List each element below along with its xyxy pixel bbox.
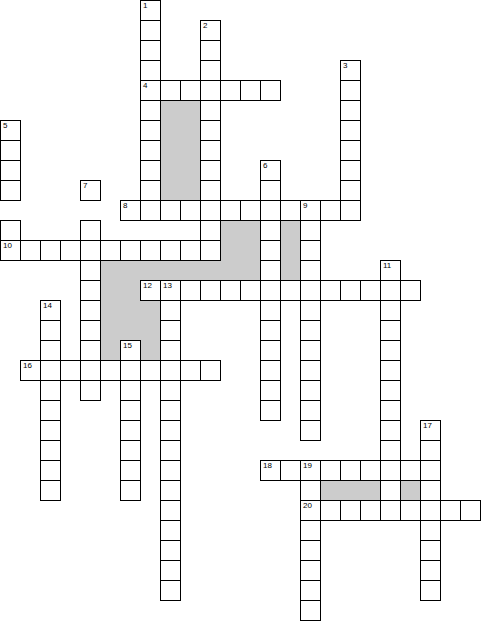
clue-number: 5 <box>3 122 7 130</box>
grid-cell[interactable] <box>140 40 161 61</box>
grid-cell[interactable] <box>160 200 181 221</box>
grid-cell[interactable] <box>80 220 101 241</box>
grid-cell[interactable] <box>140 360 161 381</box>
grid-cell[interactable] <box>20 240 41 261</box>
grid-cell[interactable] <box>360 280 381 301</box>
grid-cell[interactable] <box>340 160 361 181</box>
clue-number: 19 <box>303 462 312 470</box>
grid-cell[interactable] <box>300 260 321 281</box>
grid-cell[interactable]: 12 <box>140 280 161 301</box>
shaded-block <box>240 240 261 261</box>
shaded-block <box>160 140 181 161</box>
grid-cell[interactable] <box>300 300 321 321</box>
grid-cell[interactable] <box>320 500 341 521</box>
grid-cell[interactable] <box>260 200 281 221</box>
grid-cell[interactable]: 13 <box>160 280 181 301</box>
grid-cell[interactable] <box>140 180 161 201</box>
grid-cell[interactable] <box>220 200 241 221</box>
grid-cell[interactable] <box>260 300 281 321</box>
grid-cell[interactable] <box>0 180 21 201</box>
grid-cell[interactable] <box>140 100 161 121</box>
clue-number: 11 <box>383 262 391 270</box>
grid-cell[interactable] <box>40 360 61 381</box>
shaded-block <box>180 140 201 161</box>
shaded-block <box>180 100 201 121</box>
grid-cell[interactable] <box>80 380 101 401</box>
grid-cell[interactable] <box>300 400 321 421</box>
grid-cell[interactable] <box>460 500 481 521</box>
grid-cell[interactable] <box>180 200 201 221</box>
grid-cell[interactable] <box>260 260 281 281</box>
shaded-block <box>320 480 341 501</box>
grid-cell[interactable] <box>200 40 221 61</box>
shaded-block <box>240 260 261 281</box>
grid-cell[interactable] <box>260 80 281 101</box>
grid-cell[interactable] <box>320 460 341 481</box>
grid-cell[interactable] <box>160 340 181 361</box>
grid-cell[interactable]: 3 <box>340 60 361 81</box>
grid-cell[interactable] <box>120 380 141 401</box>
grid-cell[interactable] <box>120 240 141 261</box>
shaded-block <box>340 480 361 501</box>
shaded-block <box>100 300 121 321</box>
grid-cell[interactable] <box>160 540 181 561</box>
grid-cell[interactable]: 8 <box>120 200 141 221</box>
shaded-block <box>140 340 161 361</box>
grid-cell[interactable] <box>340 280 361 301</box>
grid-cell[interactable] <box>380 300 401 321</box>
grid-cell[interactable]: 6 <box>260 160 281 181</box>
grid-cell[interactable] <box>140 140 161 161</box>
grid-cell[interactable]: 1 <box>140 0 161 21</box>
grid-cell[interactable] <box>260 320 281 341</box>
grid-cell[interactable] <box>140 120 161 141</box>
clue-number: 4 <box>143 82 147 90</box>
shaded-block <box>100 280 121 301</box>
grid-cell[interactable] <box>100 360 121 381</box>
grid-cell[interactable] <box>420 480 441 501</box>
grid-cell[interactable] <box>300 380 321 401</box>
grid-cell[interactable] <box>220 280 241 301</box>
clue-number: 7 <box>83 182 87 190</box>
shaded-block <box>200 260 221 281</box>
grid-cell[interactable] <box>240 280 261 301</box>
grid-cell[interactable] <box>240 80 261 101</box>
grid-cell[interactable]: 18 <box>260 460 281 481</box>
grid-cell[interactable] <box>160 580 181 601</box>
grid-cell[interactable] <box>240 200 261 221</box>
grid-cell[interactable] <box>360 460 381 481</box>
clue-number: 6 <box>263 162 267 170</box>
grid-cell[interactable] <box>200 200 221 221</box>
grid-cell[interactable] <box>260 240 281 261</box>
grid-cell[interactable] <box>200 360 221 381</box>
shaded-block <box>400 480 421 501</box>
grid-cell[interactable] <box>140 200 161 221</box>
grid-cell[interactable] <box>180 240 201 261</box>
shaded-block <box>220 260 241 281</box>
shaded-block <box>180 120 201 141</box>
shaded-block <box>100 340 121 361</box>
clue-number: 16 <box>23 362 32 370</box>
grid-cell[interactable] <box>260 340 281 361</box>
grid-cell[interactable] <box>380 380 401 401</box>
grid-cell[interactable] <box>200 140 221 161</box>
grid-cell[interactable] <box>340 120 361 141</box>
grid-cell[interactable] <box>200 60 221 81</box>
grid-cell[interactable] <box>340 180 361 201</box>
clue-number: 1 <box>143 2 147 10</box>
grid-cell[interactable] <box>420 440 441 461</box>
grid-cell[interactable]: 10 <box>0 240 21 261</box>
shaded-block <box>220 220 241 241</box>
shaded-block <box>100 320 121 341</box>
crossword-grid: 1234567891011121314151617181920 <box>0 0 481 621</box>
grid-cell[interactable] <box>220 80 241 101</box>
grid-cell[interactable] <box>320 280 341 301</box>
grid-cell[interactable] <box>160 500 181 521</box>
clue-number: 17 <box>423 422 432 430</box>
grid-cell[interactable] <box>340 80 361 101</box>
grid-cell[interactable] <box>340 140 361 161</box>
grid-cell[interactable] <box>300 360 321 381</box>
grid-cell[interactable] <box>200 280 221 301</box>
shaded-block <box>160 160 181 181</box>
grid-cell[interactable] <box>60 360 81 381</box>
grid-cell[interactable] <box>340 500 361 521</box>
grid-cell[interactable] <box>400 460 421 481</box>
clue-number: 13 <box>163 282 172 290</box>
grid-cell[interactable] <box>40 460 61 481</box>
grid-cell[interactable] <box>200 80 221 101</box>
grid-cell[interactable] <box>120 420 141 441</box>
clue-number: 2 <box>203 22 207 30</box>
grid-cell[interactable]: 16 <box>20 360 41 381</box>
grid-cell[interactable] <box>280 280 301 301</box>
grid-cell[interactable] <box>80 340 101 361</box>
grid-cell[interactable] <box>260 380 281 401</box>
shaded-block <box>180 260 201 281</box>
grid-cell[interactable] <box>280 460 301 481</box>
shaded-block <box>280 220 301 241</box>
grid-cell[interactable]: 2 <box>200 20 221 41</box>
grid-cell[interactable]: 17 <box>420 420 441 441</box>
grid-cell[interactable] <box>160 420 181 441</box>
grid-cell[interactable] <box>300 420 321 441</box>
grid-cell[interactable]: 9 <box>300 200 321 221</box>
shaded-block <box>180 160 201 181</box>
grid-cell[interactable] <box>380 340 401 361</box>
grid-cell[interactable] <box>160 460 181 481</box>
clue-number: 9 <box>303 202 307 210</box>
grid-cell[interactable] <box>40 320 61 341</box>
grid-cell[interactable] <box>420 520 441 541</box>
grid-cell[interactable] <box>260 180 281 201</box>
grid-cell[interactable] <box>420 560 441 581</box>
grid-cell[interactable] <box>160 400 181 421</box>
grid-cell[interactable] <box>260 220 281 241</box>
grid-cell[interactable] <box>360 500 381 521</box>
shaded-block <box>140 300 161 321</box>
shaded-block <box>160 260 181 281</box>
grid-cell[interactable] <box>420 460 441 481</box>
grid-cell[interactable] <box>380 460 401 481</box>
shaded-block <box>220 240 241 261</box>
grid-cell[interactable] <box>40 400 61 421</box>
grid-cell[interactable] <box>120 360 141 381</box>
grid-cell[interactable] <box>200 100 221 121</box>
shaded-block <box>120 300 141 321</box>
grid-cell[interactable] <box>380 500 401 521</box>
grid-cell[interactable] <box>80 240 101 261</box>
grid-cell[interactable] <box>380 360 401 381</box>
grid-cell[interactable]: 20 <box>300 500 321 521</box>
shaded-block <box>180 180 201 201</box>
clue-number: 3 <box>343 62 347 70</box>
grid-cell[interactable] <box>300 280 321 301</box>
grid-cell[interactable] <box>180 280 201 301</box>
shaded-block <box>140 320 161 341</box>
grid-cell[interactable] <box>380 420 401 441</box>
clue-number: 14 <box>43 302 52 310</box>
grid-cell[interactable] <box>160 360 181 381</box>
grid-cell[interactable] <box>160 520 181 541</box>
grid-cell[interactable] <box>340 460 361 481</box>
grid-cell[interactable]: 5 <box>0 120 21 141</box>
grid-cell[interactable] <box>200 240 221 261</box>
grid-cell[interactable] <box>200 160 221 181</box>
grid-cell[interactable] <box>120 400 141 421</box>
grid-cell[interactable] <box>380 320 401 341</box>
grid-cell[interactable] <box>300 340 321 361</box>
clue-number: 20 <box>303 502 312 510</box>
grid-cell[interactable] <box>300 320 321 341</box>
clue-number: 12 <box>143 282 152 290</box>
shaded-block <box>120 320 141 341</box>
shaded-block <box>240 220 261 241</box>
grid-cell[interactable] <box>400 280 421 301</box>
grid-cell[interactable]: 11 <box>380 260 401 281</box>
clue-number: 10 <box>3 242 12 250</box>
grid-cell[interactable] <box>40 420 61 441</box>
grid-cell[interactable] <box>380 280 401 301</box>
grid-cell[interactable] <box>160 240 181 261</box>
grid-cell[interactable] <box>340 200 361 221</box>
grid-cell[interactable] <box>300 560 321 581</box>
grid-cell[interactable] <box>420 580 441 601</box>
grid-cell[interactable] <box>160 560 181 581</box>
grid-cell[interactable] <box>280 200 301 221</box>
grid-cell[interactable] <box>300 480 321 501</box>
grid-cell[interactable] <box>140 60 161 81</box>
grid-cell[interactable] <box>440 500 461 521</box>
grid-cell[interactable] <box>40 380 61 401</box>
grid-cell[interactable] <box>200 120 221 141</box>
grid-cell[interactable] <box>300 240 321 261</box>
grid-cell[interactable] <box>300 600 321 621</box>
grid-cell[interactable] <box>380 440 401 461</box>
grid-cell[interactable] <box>300 580 321 601</box>
grid-cell[interactable] <box>160 300 181 321</box>
grid-cell[interactable] <box>40 440 61 461</box>
grid-cell[interactable] <box>0 160 21 181</box>
grid-cell[interactable] <box>200 220 221 241</box>
clue-number: 15 <box>123 342 132 350</box>
grid-cell[interactable]: 15 <box>120 340 141 361</box>
grid-cell[interactable] <box>380 400 401 421</box>
grid-cell[interactable] <box>40 240 61 261</box>
grid-cell[interactable] <box>400 500 421 521</box>
grid-cell[interactable]: 7 <box>80 180 101 201</box>
grid-cell[interactable] <box>320 200 341 221</box>
shaded-block <box>280 260 301 281</box>
shaded-block <box>120 260 141 281</box>
grid-cell[interactable] <box>260 360 281 381</box>
grid-cell[interactable] <box>80 300 101 321</box>
grid-cell[interactable] <box>340 100 361 121</box>
grid-cell[interactable] <box>380 480 401 501</box>
grid-cell[interactable] <box>120 480 141 501</box>
grid-cell[interactable] <box>260 400 281 421</box>
grid-cell[interactable]: 4 <box>140 80 161 101</box>
grid-cell[interactable] <box>80 260 101 281</box>
grid-cell[interactable] <box>60 240 81 261</box>
grid-cell[interactable] <box>300 520 321 541</box>
grid-cell[interactable] <box>300 220 321 241</box>
grid-cell[interactable] <box>40 340 61 361</box>
grid-cell[interactable] <box>40 480 61 501</box>
shaded-block <box>160 100 181 121</box>
grid-cell[interactable] <box>80 360 101 381</box>
grid-cell[interactable] <box>0 140 21 161</box>
grid-cell[interactable] <box>420 500 441 521</box>
shaded-block <box>360 480 381 501</box>
clue-number: 8 <box>123 202 127 210</box>
grid-cell[interactable] <box>160 440 181 461</box>
grid-cell[interactable] <box>160 320 181 341</box>
grid-cell[interactable] <box>200 180 221 201</box>
clue-number: 18 <box>263 462 272 470</box>
grid-cell[interactable] <box>180 80 201 101</box>
grid-cell[interactable] <box>160 380 181 401</box>
grid-cell[interactable] <box>180 360 201 381</box>
grid-cell[interactable]: 19 <box>300 460 321 481</box>
grid-cell[interactable] <box>140 240 161 261</box>
shaded-block <box>100 260 121 281</box>
grid-cell[interactable] <box>260 280 281 301</box>
grid-cell[interactable] <box>120 460 141 481</box>
grid-cell[interactable] <box>0 220 21 241</box>
grid-cell[interactable] <box>160 80 181 101</box>
grid-cell[interactable] <box>100 240 121 261</box>
grid-cell[interactable] <box>420 540 441 561</box>
grid-cell[interactable] <box>120 440 141 461</box>
grid-cell[interactable] <box>300 540 321 561</box>
shaded-block <box>160 120 181 141</box>
grid-cell[interactable]: 14 <box>40 300 61 321</box>
shaded-block <box>120 280 141 301</box>
grid-cell[interactable] <box>80 280 101 301</box>
shaded-block <box>160 180 181 201</box>
shaded-block <box>140 260 161 281</box>
grid-cell[interactable] <box>140 160 161 181</box>
grid-cell[interactable] <box>140 20 161 41</box>
grid-cell[interactable] <box>80 320 101 341</box>
shaded-block <box>280 240 301 261</box>
grid-cell[interactable] <box>160 480 181 501</box>
